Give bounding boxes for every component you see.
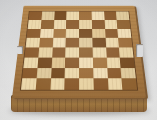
board-square-e2 (79, 68, 93, 79)
board-square-d3 (65, 57, 79, 67)
board-square-e8 (79, 11, 92, 19)
board-square-e1 (79, 79, 94, 90)
wooden-tray-frame (12, 6, 146, 98)
board-square-f8 (91, 11, 104, 19)
board-square-h6 (118, 29, 132, 38)
board-square-a8 (29, 11, 42, 19)
board-square-d5 (66, 38, 79, 48)
board-square-f5 (92, 38, 106, 48)
board-square-e3 (79, 57, 93, 67)
board-square-h3 (120, 57, 135, 67)
board-square-a1 (21, 79, 36, 90)
board-square-a3 (23, 57, 38, 67)
board-square-g3 (106, 57, 120, 67)
board-square-a5 (26, 38, 40, 48)
board-square-c5 (52, 38, 66, 48)
board-square-g4 (106, 47, 120, 57)
board-square-c4 (52, 47, 66, 57)
chess-board (21, 11, 137, 89)
board-square-b7 (40, 20, 53, 29)
board-square-c1 (50, 79, 65, 90)
board-square-d2 (65, 68, 79, 79)
board-square-e4 (79, 47, 93, 57)
board-square-h4 (119, 47, 133, 57)
board-square-d1 (64, 79, 79, 90)
board-square-d6 (66, 29, 79, 38)
board-square-g6 (105, 29, 119, 38)
board-square-g2 (107, 68, 122, 79)
board-square-h2 (121, 68, 136, 79)
board-square-c2 (51, 68, 66, 79)
board-square-e7 (79, 20, 92, 29)
board-square-f1 (93, 79, 108, 90)
board-square-a6 (27, 29, 41, 38)
board-square-c7 (53, 20, 66, 29)
board-square-f6 (92, 29, 105, 38)
board-square-b4 (38, 47, 52, 57)
board-square-g8 (104, 11, 117, 19)
board-square-b1 (35, 79, 50, 90)
board-square-d4 (65, 47, 79, 57)
board-square-h7 (117, 20, 131, 29)
tray-right-notch (136, 44, 143, 57)
board-square-c8 (54, 11, 67, 19)
board-square-g1 (107, 79, 122, 90)
board-square-d7 (66, 20, 79, 29)
board-square-a7 (28, 20, 42, 29)
board-square-g5 (105, 38, 119, 48)
board-square-f3 (93, 57, 107, 67)
photo-background (0, 0, 157, 120)
board-square-b2 (36, 68, 51, 79)
board-square-b5 (39, 38, 53, 48)
board-square-f7 (92, 20, 105, 29)
board-square-f4 (92, 47, 106, 57)
board-square-a2 (22, 68, 37, 79)
board-square-g7 (104, 20, 117, 29)
board-square-e6 (79, 29, 92, 38)
board-square-d8 (66, 11, 79, 19)
board-square-c3 (51, 57, 65, 67)
board-square-e5 (79, 38, 92, 48)
board-square-h5 (118, 38, 132, 48)
board-square-f2 (93, 68, 108, 79)
board-square-c6 (53, 29, 66, 38)
tray-left-notch (17, 46, 23, 54)
board-square-b8 (41, 11, 54, 19)
board-square-h8 (116, 11, 129, 19)
board-square-b3 (37, 57, 51, 67)
board-square-a4 (24, 47, 38, 57)
board-square-b6 (40, 29, 54, 38)
board-square-h1 (122, 79, 137, 90)
